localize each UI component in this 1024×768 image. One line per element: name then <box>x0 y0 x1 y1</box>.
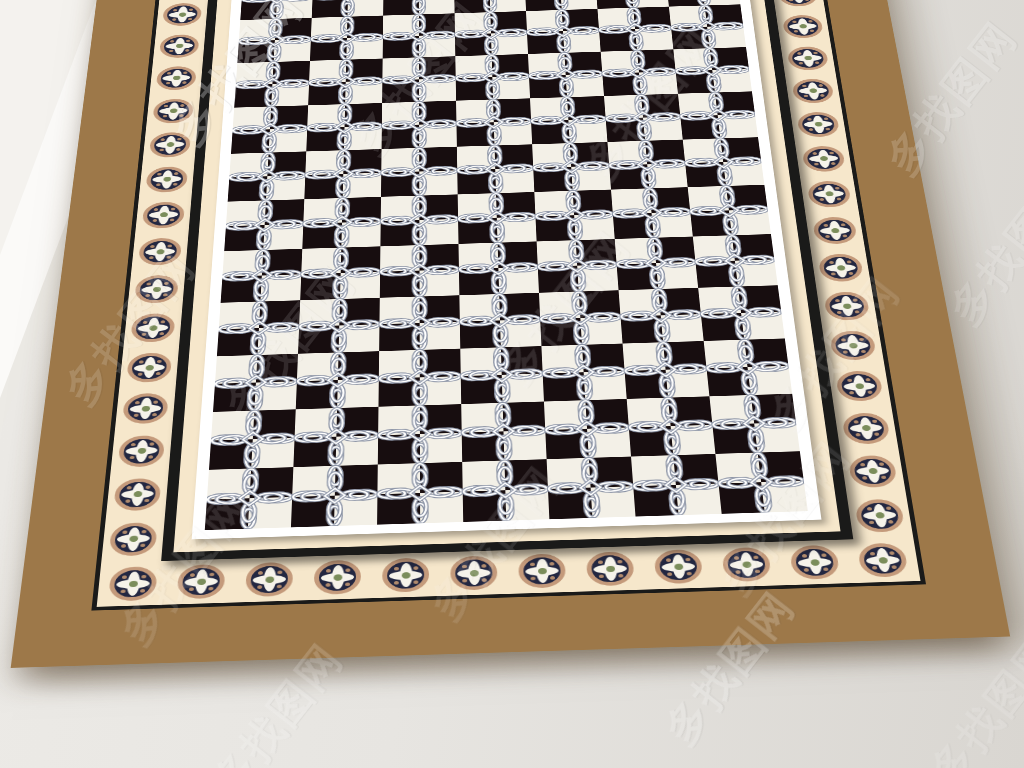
medallion-motif <box>818 253 865 282</box>
board-cell <box>458 218 497 244</box>
board-cell <box>420 295 460 323</box>
board-cell <box>346 37 383 60</box>
board-cell <box>539 292 580 320</box>
medallion-center-dot <box>842 303 851 309</box>
board-cell <box>530 97 568 121</box>
medallion-motif <box>823 291 870 321</box>
board-cell <box>758 451 804 482</box>
medallion-center-dot <box>178 12 186 16</box>
medallion-motif <box>796 111 840 137</box>
board-cell <box>253 409 296 439</box>
board-cell <box>456 122 494 146</box>
board-cell <box>213 383 256 412</box>
board-cell <box>343 173 382 198</box>
medallion-motif <box>787 46 830 71</box>
board-cell <box>715 91 755 115</box>
board-cell <box>259 300 300 328</box>
board-cell <box>599 29 637 52</box>
medallion-center-dot <box>878 557 888 564</box>
board-cell <box>336 407 378 437</box>
board-cell <box>339 298 379 326</box>
medallion-motif <box>152 98 194 123</box>
board-cell <box>495 168 534 193</box>
board-cell <box>219 302 261 330</box>
board-cell <box>459 243 499 270</box>
board-cell <box>377 493 420 525</box>
board-cell <box>420 462 463 493</box>
scene: 多找图网多找图网多找图网多找图网多找图网多找图网多找图网多找图网多找图网多找图网… <box>0 0 1024 768</box>
board-cell <box>461 375 503 404</box>
medallion-center-dot <box>861 425 870 431</box>
board-cell <box>656 262 698 289</box>
board-cell <box>254 381 297 410</box>
board-cell <box>251 438 294 469</box>
board-cell <box>457 146 495 171</box>
board-cell <box>420 322 461 350</box>
board-cell <box>621 315 664 343</box>
board-cell <box>419 244 458 271</box>
board-cell <box>501 346 543 375</box>
board-cell <box>419 0 455 14</box>
board-cell <box>305 150 344 175</box>
board-cell <box>458 193 497 219</box>
medallion-center-dot <box>537 567 546 574</box>
medallion-motif <box>138 238 182 266</box>
board-cell <box>678 93 718 117</box>
board-cell <box>337 379 379 408</box>
board-cell <box>382 57 419 80</box>
board-cell <box>383 0 419 16</box>
board-cell <box>240 0 277 20</box>
medallion-center-dot <box>333 574 342 581</box>
board-cell <box>265 199 305 225</box>
board-cell <box>229 153 268 178</box>
medallion-center-dot <box>129 536 138 542</box>
medallion-center-dot <box>141 406 150 412</box>
board-cell <box>494 144 533 169</box>
board-cell <box>297 352 339 381</box>
medallion-center-dot <box>804 56 812 61</box>
board-cell <box>302 223 342 249</box>
board-cell <box>726 185 768 211</box>
board-cell <box>695 261 737 288</box>
board-cell <box>339 324 380 352</box>
board-cell <box>709 395 754 425</box>
medallion-center-dot <box>469 570 478 577</box>
medallion-center-dot <box>606 565 615 572</box>
medallion-center-dot <box>169 109 177 114</box>
board-cell <box>690 210 732 236</box>
board-cell <box>262 249 302 276</box>
board-cell <box>545 429 589 459</box>
medallion-motif <box>314 560 362 595</box>
medallion-motif <box>450 555 497 590</box>
board-cell <box>673 454 718 485</box>
board-cell <box>455 55 492 78</box>
board-cell <box>345 81 382 105</box>
board-cell <box>491 32 528 55</box>
board-cell <box>295 408 338 438</box>
board-cell <box>540 318 582 346</box>
board-cell <box>564 52 602 75</box>
board-cell <box>266 175 305 200</box>
board-cell <box>548 488 592 520</box>
board-cell <box>503 402 546 432</box>
board-cell <box>209 439 253 470</box>
board-cell <box>611 188 652 214</box>
board-cell <box>707 367 751 396</box>
medallion-motif <box>382 558 429 593</box>
board-cell <box>528 53 566 76</box>
board-cell <box>379 323 420 351</box>
medallion-motif <box>782 14 824 38</box>
board-cell <box>712 69 752 92</box>
board-cell <box>461 403 503 433</box>
medallion-center-dot <box>149 325 158 331</box>
board-cell <box>571 166 611 191</box>
board-cell <box>419 170 457 195</box>
board-cell <box>633 485 678 517</box>
board-cell <box>649 187 690 213</box>
medallion-motif <box>162 3 202 27</box>
board-cell <box>269 128 308 152</box>
board-cell <box>334 494 377 526</box>
board-cell <box>652 212 693 238</box>
medallion-center-dot <box>128 580 137 587</box>
board-cell <box>641 94 680 118</box>
board-cell <box>274 39 311 62</box>
board-cell <box>500 319 541 347</box>
board-cell <box>207 468 251 499</box>
board-cell <box>663 341 706 370</box>
medallion-motif <box>122 393 169 425</box>
board-cell <box>533 167 572 192</box>
board-cell <box>527 31 564 54</box>
board-cell <box>645 140 685 165</box>
board-cell <box>720 137 761 162</box>
board-cell <box>723 161 764 186</box>
board-cell <box>310 38 347 61</box>
board-cell <box>751 394 796 424</box>
medallion-center-dot <box>855 383 864 389</box>
board-cell <box>344 126 382 150</box>
board-cell <box>419 35 455 58</box>
board-cell <box>661 314 704 342</box>
board-cell <box>343 149 381 174</box>
board-cell <box>617 263 659 290</box>
medallion-center-dot <box>799 24 807 29</box>
board-cell <box>457 169 496 194</box>
board-cell <box>341 246 381 273</box>
board-cell <box>543 372 586 401</box>
board-cell <box>629 426 673 456</box>
medallion-motif <box>177 564 226 599</box>
board-cell <box>420 433 462 463</box>
board-cell <box>380 271 420 298</box>
board-cell <box>666 368 710 397</box>
medallion-center-dot <box>868 468 877 474</box>
board-cell <box>263 224 303 250</box>
medallion-motif <box>789 545 840 580</box>
medallion-motif <box>801 146 846 173</box>
board-cell <box>639 71 678 95</box>
board-cell <box>534 191 574 217</box>
board-cell <box>250 467 294 498</box>
medallion-motif <box>118 435 166 467</box>
board-cell <box>275 18 312 40</box>
board-cell <box>529 75 567 99</box>
board-cell <box>300 273 340 300</box>
medallion-center-dot <box>152 287 160 292</box>
medallion-motif <box>108 566 158 601</box>
board-cell <box>729 209 771 235</box>
board-cell <box>222 250 263 277</box>
medallion-center-dot <box>166 142 174 147</box>
board-cell <box>380 245 419 272</box>
board-cell <box>307 104 345 128</box>
board-cell <box>499 293 540 321</box>
board-cell <box>224 225 264 251</box>
medallion-center-dot <box>176 44 184 49</box>
board-cell <box>490 11 527 33</box>
board-cell <box>541 345 583 374</box>
board-cell <box>567 96 606 120</box>
board-cell <box>338 351 379 380</box>
board-cell <box>460 320 501 348</box>
board-cell <box>537 240 578 267</box>
board-cell <box>526 10 563 32</box>
medallion-motif <box>854 499 905 533</box>
board-cell <box>625 370 668 399</box>
board-cell <box>276 0 313 19</box>
board-cell <box>705 4 744 26</box>
medallion-motif <box>848 455 898 488</box>
medallion-motif <box>654 549 704 584</box>
board-cell <box>260 274 301 301</box>
board-cell <box>420 349 461 378</box>
board-cell <box>643 116 683 140</box>
board-cell <box>619 289 661 317</box>
board-cell <box>462 461 505 492</box>
board-cell <box>735 259 778 286</box>
board-cell <box>378 434 420 464</box>
board-cell <box>419 101 456 125</box>
board-cell <box>237 40 275 63</box>
board-cell <box>378 377 419 406</box>
board-cell <box>494 121 532 145</box>
medallion-center-dot <box>197 578 206 585</box>
board-cell <box>382 125 420 149</box>
board-cell <box>676 484 722 516</box>
board-cell <box>234 84 272 108</box>
board-cell <box>754 422 800 452</box>
board-cell <box>303 198 342 224</box>
board-cell <box>671 27 710 50</box>
board-cell <box>381 196 420 222</box>
board-cell <box>211 411 254 441</box>
medallion-motif <box>145 166 188 193</box>
board-cell <box>698 287 741 315</box>
board-cell <box>420 376 461 405</box>
board-cell <box>544 400 587 430</box>
board-cell <box>420 269 460 296</box>
board-cell <box>732 234 774 261</box>
board-cell <box>570 142 609 167</box>
medallion-center-dot <box>137 448 146 454</box>
board-cell <box>712 423 757 453</box>
board-cell <box>576 239 617 266</box>
board-cell <box>584 371 627 400</box>
board-cell <box>496 192 535 218</box>
board-cell <box>381 172 419 197</box>
board-cell <box>747 366 792 395</box>
board-cell <box>233 106 272 130</box>
medallion-motif <box>130 313 175 343</box>
board-cell <box>304 174 343 199</box>
medallion-motif <box>829 330 877 360</box>
medallion-motif <box>721 547 771 582</box>
board-cell <box>308 82 346 106</box>
board-cell <box>741 312 785 340</box>
board-cell <box>761 481 808 513</box>
board-cell <box>379 350 420 379</box>
board-cell <box>671 425 716 455</box>
medallion-motif <box>159 34 200 58</box>
medallion-center-dot <box>265 576 274 583</box>
medallion-center-dot <box>401 572 410 579</box>
board-cell <box>497 216 537 242</box>
board-cell <box>504 459 548 490</box>
board-cell <box>631 455 676 486</box>
board-cell <box>738 285 781 313</box>
board-cell <box>719 482 765 514</box>
board-cell <box>502 374 544 403</box>
board-cell <box>309 60 346 83</box>
board-cell <box>347 16 383 38</box>
board-cell <box>498 241 538 268</box>
board-cell <box>602 72 641 96</box>
medallion-center-dot <box>831 228 840 233</box>
board-cell <box>341 221 380 247</box>
board-cell <box>597 8 635 30</box>
board-cell <box>382 79 419 103</box>
board-cell <box>270 105 308 129</box>
board-cell <box>419 147 457 172</box>
board-cell <box>296 380 338 409</box>
board-cell <box>579 290 621 318</box>
board-cell <box>272 61 310 84</box>
medallion-motif <box>841 412 891 444</box>
medallion-center-dot <box>836 265 845 270</box>
board-cell <box>455 12 491 34</box>
board-cell <box>574 214 615 240</box>
board-cell <box>383 36 419 59</box>
board-cell <box>633 7 671 29</box>
board-cell <box>347 0 383 17</box>
board-cell <box>676 70 715 93</box>
medallion-motif <box>109 522 158 556</box>
board-cell <box>342 197 381 223</box>
board-cell <box>538 266 579 293</box>
board-cell <box>573 190 613 216</box>
board-cell <box>335 464 378 495</box>
board-cell <box>693 235 735 262</box>
board-cell <box>459 294 500 322</box>
board-cell <box>382 102 419 126</box>
board-cell <box>710 47 749 70</box>
board-cell <box>456 77 493 101</box>
medallion-motif <box>791 78 834 103</box>
board-cell <box>231 129 270 153</box>
board-cell <box>715 453 761 484</box>
board-cell <box>587 427 631 457</box>
board-cell <box>493 98 531 122</box>
medallion-center-dot <box>809 88 817 93</box>
rug-perspective-wrapper <box>0 0 1024 768</box>
board-cell <box>459 268 499 295</box>
board-cell <box>566 74 604 98</box>
board-cell <box>340 272 380 299</box>
medallion-center-dot <box>825 192 833 197</box>
board-cell <box>704 340 748 369</box>
medallion-motif <box>518 553 566 588</box>
medallion-motif <box>835 371 884 402</box>
board-cell <box>257 327 299 355</box>
board-cell <box>460 347 501 376</box>
board-cell <box>292 466 335 497</box>
board-cell <box>498 267 539 294</box>
medallion-motif <box>134 275 179 304</box>
medallion-motif <box>777 0 818 7</box>
board-cell <box>688 186 729 212</box>
board-cell <box>601 51 639 74</box>
board-cell <box>377 463 420 494</box>
board-cell <box>239 19 276 41</box>
board-cell <box>668 396 712 426</box>
board-cell <box>383 14 419 36</box>
medallion-center-dot <box>875 512 885 518</box>
board-cell <box>627 398 671 428</box>
medallion-center-dot <box>163 177 171 182</box>
board-cell <box>311 17 348 39</box>
board-cell <box>462 431 505 461</box>
board-cell <box>669 5 707 27</box>
board-cell <box>345 103 383 127</box>
board-cell <box>248 497 292 529</box>
medallion-center-dot <box>133 491 142 497</box>
board-cell <box>256 354 298 383</box>
board-cell <box>635 28 673 51</box>
board-cell <box>381 148 419 173</box>
board-cell <box>419 56 456 79</box>
board-cell <box>562 9 599 31</box>
medallion-motif <box>149 132 191 158</box>
rug <box>11 0 1011 668</box>
board-cell <box>577 264 618 291</box>
medallion-center-dot <box>742 561 751 568</box>
board-cell <box>419 219 458 245</box>
board-cell <box>503 430 546 460</box>
board-cell <box>492 76 530 100</box>
board-cell <box>685 162 726 187</box>
board-cell <box>609 164 649 189</box>
board-cell <box>298 325 339 353</box>
board-cell <box>505 489 549 521</box>
board-cell <box>419 13 455 35</box>
board-cell <box>623 342 666 371</box>
board-cell <box>707 26 746 49</box>
board-cell <box>228 176 268 201</box>
